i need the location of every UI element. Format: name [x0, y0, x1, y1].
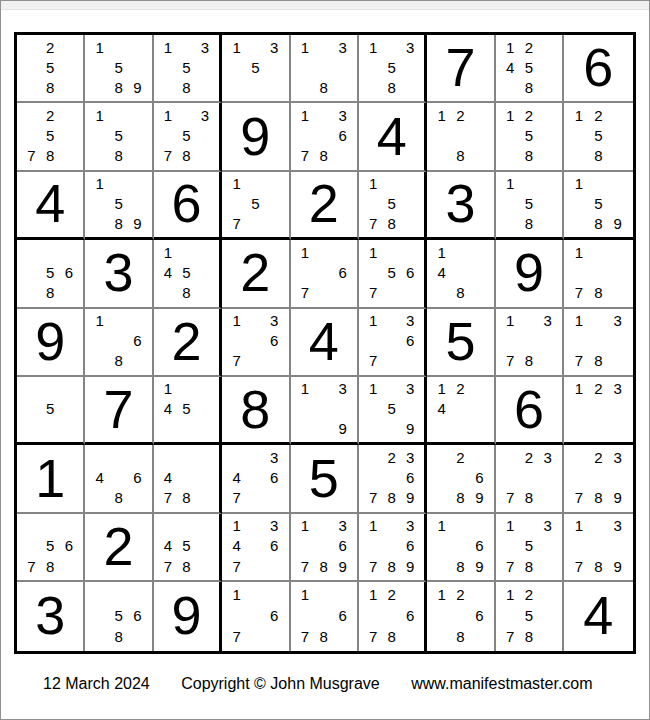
cell-r3c7: 3 [427, 172, 495, 240]
candidate-digit: 7 [501, 626, 520, 647]
cell-r3c8: 158 [496, 172, 564, 240]
cell-r6c6: 1359 [359, 377, 427, 445]
candidate-empty [589, 419, 608, 439]
candidate-empty [451, 399, 470, 419]
candidate-digit: 7 [501, 351, 520, 371]
candidate-empty [90, 213, 109, 233]
candidate-digit: 6 [470, 536, 489, 556]
candidate-digit: 8 [520, 213, 539, 233]
candidate-digit: 3 [265, 447, 284, 467]
candidate-digit: 2 [520, 37, 539, 57]
candidate-empty [196, 146, 214, 166]
candidate-empty [159, 447, 177, 467]
candidate-digit: 7 [159, 146, 177, 166]
candidate-digit: 9 [128, 213, 147, 233]
candidate-empty [314, 105, 333, 125]
solved-digit: 9 [514, 245, 544, 299]
candidate-empty [22, 242, 41, 262]
candidate-empty [501, 467, 520, 487]
candidate-digit: 8 [451, 282, 470, 302]
cell-r6c5: 139 [291, 377, 359, 445]
candidate-digit: 6 [401, 536, 419, 556]
cell-r9c3: 9 [154, 582, 222, 650]
candidate-empty [470, 584, 489, 605]
candidate-digit: 8 [177, 77, 195, 97]
cell-r2c3: 13578 [154, 103, 222, 171]
candidate-digit: 3 [608, 311, 627, 331]
candidate-digit: 8 [520, 351, 539, 371]
candidate-empty [246, 626, 265, 647]
candidate-empty [501, 536, 520, 556]
top-strip [1, 1, 649, 10]
candidate-empty [382, 174, 400, 194]
candidate-empty [296, 419, 315, 439]
candidate-empty [401, 351, 419, 371]
candidate-empty [538, 626, 557, 647]
candidate-empty [60, 516, 79, 536]
candidate-empty [538, 584, 557, 605]
candidate-digit: 5 [246, 57, 265, 77]
candidate-digit: 5 [246, 194, 265, 214]
candidate-empty [589, 467, 608, 487]
candidate-digit: 6 [128, 467, 147, 487]
cell-r5c6: 1367 [359, 309, 427, 377]
candidate-empty [470, 447, 489, 467]
candidate-grid: 123 [564, 377, 632, 442]
candidate-empty [470, 262, 489, 282]
candidate-empty [538, 331, 557, 351]
candidate-digit: 5 [382, 194, 400, 214]
candidate-digit: 1 [501, 584, 520, 605]
candidate-empty [196, 57, 214, 77]
candidate-grid: 13578 [154, 103, 219, 169]
candidate-empty [109, 311, 128, 331]
candidate-empty [128, 37, 147, 57]
candidate-digit: 7 [364, 626, 382, 647]
candidate-digit: 5 [382, 399, 400, 419]
candidate-grid: 1358 [359, 35, 424, 101]
candidate-empty [296, 605, 315, 626]
cell-r1c9: 6 [564, 35, 632, 103]
candidate-empty [451, 419, 470, 439]
candidate-digit: 1 [90, 174, 109, 194]
solved-digit: 9 [240, 109, 270, 163]
candidate-empty [109, 447, 128, 467]
candidate-empty [22, 419, 41, 439]
solved-digit: 4 [309, 314, 339, 368]
candidate-digit: 3 [401, 311, 419, 331]
candidate-digit: 8 [314, 626, 333, 647]
candidate-empty [470, 146, 489, 166]
candidate-empty [90, 626, 109, 647]
candidate-empty [22, 105, 41, 125]
solved-digit: 8 [240, 382, 270, 436]
candidate-digit: 3 [538, 447, 557, 467]
candidate-empty [401, 57, 419, 77]
candidate-digit: 7 [569, 282, 588, 302]
candidate-digit: 8 [382, 488, 400, 508]
solved-digit: 9 [171, 588, 201, 642]
candidate-digit: 5 [177, 126, 195, 146]
candidate-empty [128, 126, 147, 146]
candidate-digit: 6 [333, 262, 352, 282]
candidate-empty [246, 351, 265, 371]
candidate-grid: 1589 [564, 172, 632, 237]
candidate-empty [109, 37, 128, 57]
candidate-digit: 5 [41, 262, 60, 282]
candidate-empty [501, 126, 520, 146]
candidate-digit: 5 [520, 194, 539, 214]
candidate-digit: 7 [569, 351, 588, 371]
candidate-empty [451, 262, 470, 282]
candidate-empty [364, 399, 382, 419]
candidate-digit: 8 [589, 282, 608, 302]
candidate-digit: 1 [501, 174, 520, 194]
candidate-empty [159, 77, 177, 97]
candidate-empty [296, 536, 315, 556]
candidate-empty [90, 146, 109, 166]
candidate-empty [246, 447, 265, 467]
solved-digit: 6 [514, 382, 544, 436]
candidate-grid: 5678 [17, 514, 83, 580]
candidate-empty [227, 77, 246, 97]
cell-r6c1: 5 [17, 377, 85, 445]
candidate-empty [333, 626, 352, 647]
candidate-digit: 6 [333, 536, 352, 556]
candidate-digit: 8 [451, 556, 470, 576]
candidate-digit: 4 [227, 536, 246, 556]
candidate-digit: 1 [432, 516, 451, 536]
cell-r8c4: 13467 [222, 514, 290, 582]
candidate-digit: 2 [520, 105, 539, 125]
candidate-digit: 8 [177, 556, 195, 576]
candidate-digit: 8 [520, 556, 539, 576]
candidate-digit: 1 [90, 105, 109, 125]
candidate-digit: 5 [41, 57, 60, 77]
cell-r2c2: 158 [85, 103, 153, 171]
candidate-empty [569, 447, 588, 467]
candidate-empty [451, 605, 470, 626]
candidate-empty [90, 331, 109, 351]
candidate-empty [246, 488, 265, 508]
candidate-empty [41, 242, 60, 262]
candidate-grid: 138 [291, 35, 357, 101]
candidate-empty [90, 488, 109, 508]
cell-r7c4: 3467 [222, 445, 290, 513]
cell-r5c8: 1378 [496, 309, 564, 377]
cell-r3c5: 2 [291, 172, 359, 240]
candidate-empty [314, 57, 333, 77]
candidate-grid: 139 [291, 377, 357, 442]
candidate-grid: 568 [85, 582, 151, 650]
candidate-digit: 7 [296, 556, 315, 576]
candidate-empty [470, 105, 489, 125]
candidate-empty [382, 605, 400, 626]
candidate-digit: 1 [501, 37, 520, 57]
candidate-digit: 1 [569, 105, 588, 125]
candidate-grid: 12578 [496, 582, 562, 650]
candidate-digit: 7 [227, 626, 246, 647]
candidate-grid: 1689 [427, 514, 493, 580]
candidate-empty [569, 419, 588, 439]
candidate-digit: 3 [333, 379, 352, 399]
candidate-empty [538, 351, 557, 371]
candidate-empty [196, 282, 214, 302]
cell-r6c4: 8 [222, 377, 290, 445]
candidate-empty [501, 447, 520, 467]
cell-r1c3: 1358 [154, 35, 222, 103]
candidate-empty [196, 556, 214, 576]
cell-r4c6: 1567 [359, 240, 427, 308]
candidate-grid: 124 [427, 377, 493, 442]
candidate-grid: 2689 [427, 445, 493, 511]
candidate-empty [109, 467, 128, 487]
candidate-empty [314, 242, 333, 262]
candidate-digit: 7 [296, 626, 315, 647]
candidate-empty [227, 331, 246, 351]
candidate-empty [589, 262, 608, 282]
candidate-empty [265, 488, 284, 508]
cell-r3c1: 4 [17, 172, 85, 240]
candidate-empty [538, 194, 557, 214]
candidate-empty [451, 126, 470, 146]
candidate-empty [401, 282, 419, 302]
candidate-digit: 3 [608, 447, 627, 467]
candidate-empty [382, 419, 400, 439]
candidate-empty [401, 213, 419, 233]
candidate-empty [265, 77, 284, 97]
candidate-grid: 148 [427, 240, 493, 306]
candidate-empty [314, 419, 333, 439]
candidate-empty [569, 262, 588, 282]
candidate-digit: 1 [569, 242, 588, 262]
candidate-empty [538, 57, 557, 77]
cell-r9c1: 3 [17, 582, 85, 650]
candidate-digit: 5 [109, 194, 128, 214]
candidate-empty [589, 311, 608, 331]
candidate-empty [246, 605, 265, 626]
candidate-empty [569, 467, 588, 487]
candidate-grid: 5 [17, 377, 83, 442]
candidate-empty [520, 467, 539, 487]
candidate-empty [177, 419, 195, 439]
candidate-empty [538, 488, 557, 508]
candidate-empty [196, 447, 214, 467]
candidate-empty [364, 536, 382, 556]
candidate-digit: 1 [569, 311, 588, 331]
candidate-empty [196, 467, 214, 487]
candidate-empty [432, 146, 451, 166]
candidate-grid: 468 [85, 445, 151, 511]
cell-r3c4: 157 [222, 172, 290, 240]
candidate-digit: 5 [109, 57, 128, 77]
candidate-empty [296, 57, 315, 77]
candidate-digit: 8 [382, 556, 400, 576]
candidate-empty [333, 146, 352, 166]
candidate-empty [520, 174, 539, 194]
candidate-empty [128, 584, 147, 605]
candidate-digit: 6 [401, 331, 419, 351]
cell-r9c4: 167 [222, 582, 290, 650]
candidate-digit: 6 [60, 262, 79, 282]
candidate-digit: 2 [589, 379, 608, 399]
candidate-empty [501, 146, 520, 166]
solved-digit: 4 [583, 588, 613, 642]
candidate-digit: 1 [364, 379, 382, 399]
candidate-empty [520, 516, 539, 536]
candidate-digit: 6 [128, 331, 147, 351]
cell-r7c7: 2689 [427, 445, 495, 513]
candidate-digit: 5 [41, 126, 60, 146]
candidate-empty [227, 605, 246, 626]
candidate-digit: 1 [364, 242, 382, 262]
candidate-digit: 1 [296, 242, 315, 262]
candidate-digit: 5 [177, 399, 195, 419]
candidate-empty [109, 584, 128, 605]
cell-r8c8: 13578 [496, 514, 564, 582]
candidate-empty [382, 516, 400, 536]
candidate-grid: 145 [154, 377, 219, 442]
candidate-digit: 8 [177, 488, 195, 508]
candidate-empty [60, 57, 79, 77]
candidate-digit: 1 [432, 584, 451, 605]
candidate-grid: 13789 [564, 514, 632, 580]
candidate-digit: 8 [314, 556, 333, 576]
candidate-digit: 4 [159, 262, 177, 282]
candidate-digit: 1 [364, 516, 382, 536]
candidate-empty [265, 57, 284, 77]
candidate-empty [128, 626, 147, 647]
candidate-digit: 3 [196, 37, 214, 57]
candidate-digit: 3 [401, 447, 419, 467]
candidate-empty [227, 57, 246, 77]
candidate-empty [470, 516, 489, 536]
candidate-digit: 4 [227, 467, 246, 487]
candidate-digit: 3 [265, 516, 284, 536]
candidate-digit: 8 [109, 626, 128, 647]
candidate-digit: 5 [520, 536, 539, 556]
candidate-empty [569, 146, 588, 166]
solved-digit: 5 [309, 451, 339, 505]
candidate-digit: 8 [520, 77, 539, 97]
candidate-empty [60, 556, 79, 576]
candidate-empty [538, 556, 557, 576]
candidate-digit: 5 [382, 262, 400, 282]
candidate-empty [90, 194, 109, 214]
cell-r2c9: 1258 [564, 103, 632, 171]
candidate-empty [501, 194, 520, 214]
candidate-empty [128, 351, 147, 371]
candidate-empty [314, 605, 333, 626]
candidate-empty [589, 516, 608, 536]
candidate-empty [538, 126, 557, 146]
candidate-digit: 3 [608, 516, 627, 536]
candidate-digit: 8 [177, 282, 195, 302]
candidate-grid: 1589 [85, 172, 151, 237]
candidate-empty [501, 331, 520, 351]
cell-r7c8: 2378 [496, 445, 564, 513]
candidate-digit: 9 [401, 488, 419, 508]
cell-r9c9: 4 [564, 582, 632, 650]
candidate-empty [227, 447, 246, 467]
candidate-digit: 4 [90, 467, 109, 487]
candidate-empty [109, 331, 128, 351]
candidate-empty [246, 311, 265, 331]
candidate-empty [159, 57, 177, 77]
candidate-empty [159, 282, 177, 302]
cell-r1c4: 135 [222, 35, 290, 103]
solved-digit: 3 [446, 176, 476, 230]
candidate-empty [60, 282, 79, 302]
cell-r3c6: 1578 [359, 172, 427, 240]
candidate-empty [364, 331, 382, 351]
candidate-digit: 1 [432, 242, 451, 262]
candidate-empty [364, 77, 382, 97]
candidate-digit: 8 [382, 77, 400, 97]
candidate-digit: 8 [382, 213, 400, 233]
candidate-empty [470, 399, 489, 419]
candidate-digit: 8 [520, 146, 539, 166]
candidate-empty [296, 77, 315, 97]
cell-r6c3: 145 [154, 377, 222, 445]
candidate-digit: 1 [296, 37, 315, 57]
candidate-empty [333, 77, 352, 97]
candidate-digit: 1 [364, 37, 382, 57]
candidate-digit: 8 [589, 213, 608, 233]
cell-r2c4: 9 [222, 103, 290, 171]
cell-r2c8: 1258 [496, 103, 564, 171]
candidate-grid: 1567 [359, 240, 424, 306]
candidate-grid: 1258 [496, 103, 562, 169]
candidate-empty [382, 282, 400, 302]
candidate-digit: 7 [159, 556, 177, 576]
candidate-grid: 1258 [564, 103, 632, 169]
candidate-digit: 5 [589, 194, 608, 214]
candidate-digit: 6 [470, 605, 489, 626]
candidate-empty [432, 488, 451, 508]
candidate-digit: 7 [364, 556, 382, 576]
candidate-digit: 1 [501, 311, 520, 331]
cell-r1c8: 12458 [496, 35, 564, 103]
candidate-digit: 6 [60, 536, 79, 556]
candidate-empty [196, 262, 214, 282]
candidate-empty [246, 174, 265, 194]
candidate-empty [538, 77, 557, 97]
candidate-digit: 8 [109, 213, 128, 233]
candidate-grid: 1589 [85, 35, 151, 101]
candidate-empty [364, 194, 382, 214]
cell-r7c9: 23789 [564, 445, 632, 513]
cell-r5c7: 5 [427, 309, 495, 377]
candidate-empty [90, 126, 109, 146]
candidate-empty [569, 213, 588, 233]
candidate-digit: 3 [401, 516, 419, 536]
candidate-digit: 2 [589, 105, 608, 125]
candidate-empty [538, 174, 557, 194]
cell-r7c6: 236789 [359, 445, 427, 513]
solved-digit: 2 [171, 314, 201, 368]
candidate-empty [364, 447, 382, 467]
candidate-digit: 1 [296, 105, 315, 125]
candidate-digit: 7 [22, 146, 41, 166]
candidate-grid: 12678 [359, 582, 424, 650]
cell-r4c5: 167 [291, 240, 359, 308]
candidate-digit: 6 [265, 467, 284, 487]
candidate-digit: 1 [227, 584, 246, 605]
candidate-digit: 1 [159, 105, 177, 125]
candidate-empty [333, 584, 352, 605]
candidate-digit: 7 [227, 488, 246, 508]
